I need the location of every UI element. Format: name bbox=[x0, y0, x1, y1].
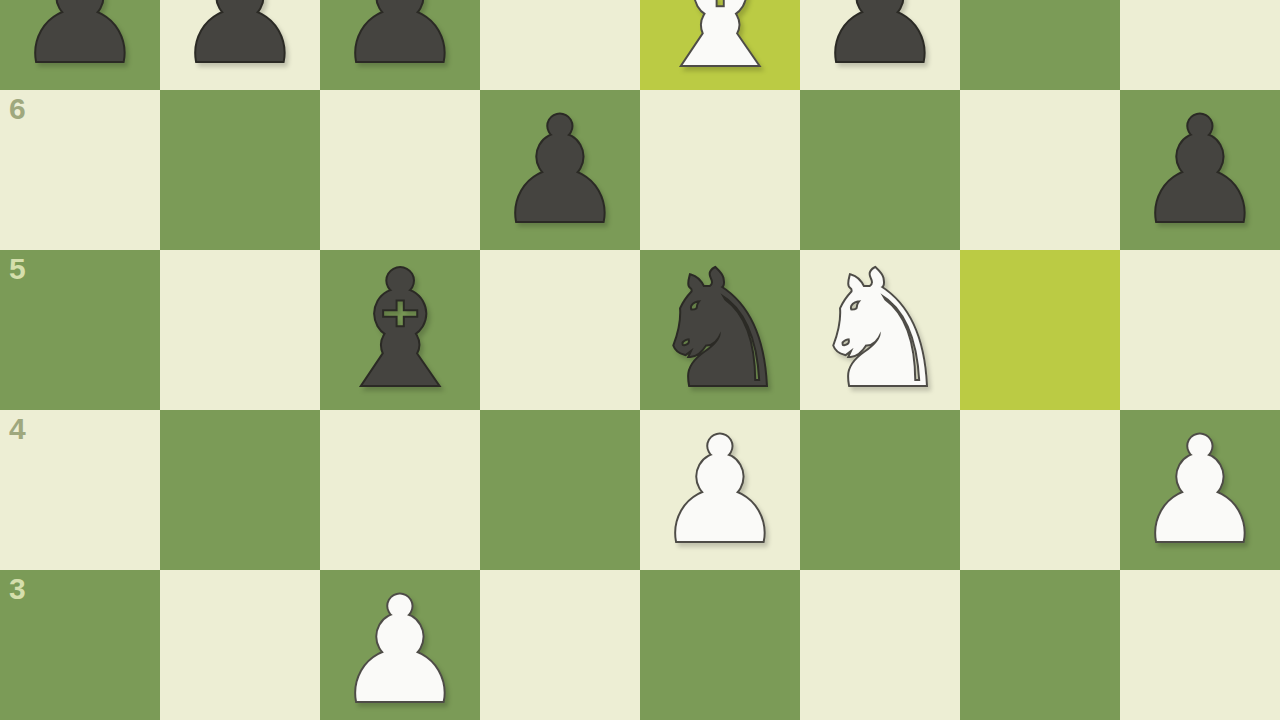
square-a6[interactable]: 6 bbox=[0, 90, 160, 250]
rank-label-3: 3 bbox=[9, 572, 26, 605]
rank-label-5: 5 bbox=[9, 252, 26, 285]
square-g3[interactable] bbox=[960, 570, 1120, 720]
rank-label-4: 4 bbox=[9, 412, 26, 445]
rank-label-6: 6 bbox=[9, 92, 26, 125]
white-pawn-icon[interactable]: ♟ bbox=[335, 570, 466, 720]
black-pawn-icon[interactable]: ♟ bbox=[1135, 90, 1266, 250]
square-e6[interactable] bbox=[640, 90, 800, 250]
chess-app-viewport: ♟♟♟♝♟6♟♟5♝♞♞4♟♟3♟ bbox=[0, 0, 1280, 720]
square-c3[interactable]: ♟ bbox=[320, 570, 480, 720]
square-c6[interactable] bbox=[320, 90, 480, 250]
square-a7[interactable]: ♟ bbox=[0, 0, 160, 90]
square-e5[interactable]: ♞ bbox=[640, 250, 800, 410]
square-b7[interactable]: ♟ bbox=[160, 0, 320, 90]
black-bishop-icon[interactable]: ♝ bbox=[328, 250, 471, 410]
square-g6[interactable] bbox=[960, 90, 1120, 250]
black-pawn-icon[interactable]: ♟ bbox=[495, 90, 626, 250]
square-c7[interactable]: ♟ bbox=[320, 0, 480, 90]
white-bishop-icon[interactable]: ♝ bbox=[648, 0, 791, 90]
square-h5[interactable] bbox=[1120, 250, 1280, 410]
black-pawn-icon[interactable]: ♟ bbox=[15, 0, 146, 90]
square-g4[interactable] bbox=[960, 410, 1120, 570]
square-g5[interactable] bbox=[960, 250, 1120, 410]
square-e7[interactable]: ♝ bbox=[640, 0, 800, 90]
black-knight-icon[interactable]: ♞ bbox=[648, 250, 791, 410]
square-b6[interactable] bbox=[160, 90, 320, 250]
square-b5[interactable] bbox=[160, 250, 320, 410]
square-h4[interactable]: ♟ bbox=[1120, 410, 1280, 570]
square-c5[interactable]: ♝ bbox=[320, 250, 480, 410]
square-d3[interactable] bbox=[480, 570, 640, 720]
square-d4[interactable] bbox=[480, 410, 640, 570]
chess-board: ♟♟♟♝♟6♟♟5♝♞♞4♟♟3♟ bbox=[0, 0, 1280, 720]
square-b4[interactable] bbox=[160, 410, 320, 570]
square-h6[interactable]: ♟ bbox=[1120, 90, 1280, 250]
white-pawn-icon[interactable]: ♟ bbox=[655, 410, 786, 570]
black-pawn-icon[interactable]: ♟ bbox=[175, 0, 306, 90]
square-h7[interactable] bbox=[1120, 0, 1280, 90]
square-f3[interactable] bbox=[800, 570, 960, 720]
square-a4[interactable]: 4 bbox=[0, 410, 160, 570]
square-d6[interactable]: ♟ bbox=[480, 90, 640, 250]
white-pawn-icon[interactable]: ♟ bbox=[1135, 410, 1266, 570]
white-knight-icon[interactable]: ♞ bbox=[808, 250, 951, 410]
black-pawn-icon[interactable]: ♟ bbox=[335, 0, 466, 90]
square-h3[interactable] bbox=[1120, 570, 1280, 720]
black-pawn-icon[interactable]: ♟ bbox=[815, 0, 946, 90]
square-a5[interactable]: 5 bbox=[0, 250, 160, 410]
square-f5[interactable]: ♞ bbox=[800, 250, 960, 410]
square-g7[interactable] bbox=[960, 0, 1120, 90]
square-c4[interactable] bbox=[320, 410, 480, 570]
square-b3[interactable] bbox=[160, 570, 320, 720]
square-a3[interactable]: 3 bbox=[0, 570, 160, 720]
square-e4[interactable]: ♟ bbox=[640, 410, 800, 570]
square-f4[interactable] bbox=[800, 410, 960, 570]
square-d7[interactable] bbox=[480, 0, 640, 90]
square-f6[interactable] bbox=[800, 90, 960, 250]
square-f7[interactable]: ♟ bbox=[800, 0, 960, 90]
square-e3[interactable] bbox=[640, 570, 800, 720]
square-d5[interactable] bbox=[480, 250, 640, 410]
